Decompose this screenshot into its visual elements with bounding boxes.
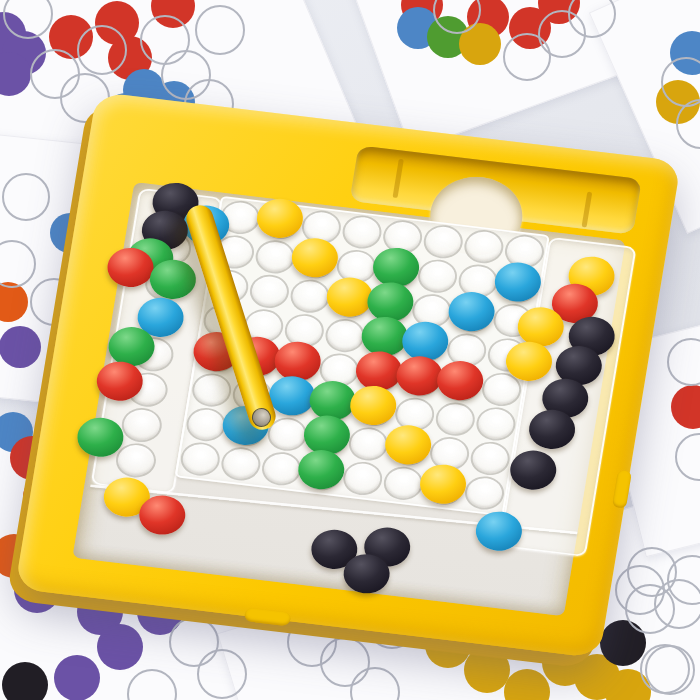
pen-metal-tip: [250, 406, 274, 430]
sticker-dot-black: [2, 662, 48, 700]
sticker-circle-empty: [645, 645, 695, 695]
sticker-circle-empty: [195, 5, 245, 55]
photo-stage: [0, 0, 700, 700]
sticker-dot-purple: [0, 326, 41, 368]
sticker-dot-purple: [54, 655, 100, 700]
sticker-circle-empty: [197, 649, 247, 699]
sticker-dot-purple: [97, 624, 143, 670]
sticker-circle-empty: [77, 25, 127, 75]
sticker-circle-empty: [2, 173, 50, 221]
game-board: [15, 92, 681, 658]
